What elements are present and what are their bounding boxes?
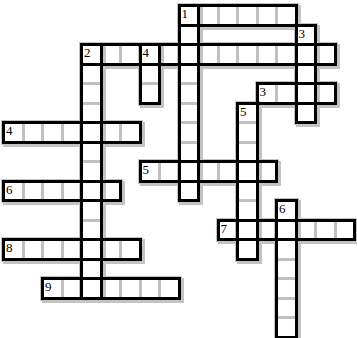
across-word-9[interactable] xyxy=(41,277,181,300)
across-word-4[interactable] xyxy=(2,121,142,144)
clue-number-8: 8 xyxy=(6,241,13,254)
crossword-board: 1324354566789 xyxy=(0,0,357,338)
clue-number-4: 4 xyxy=(143,46,150,59)
down-word-2[interactable] xyxy=(80,43,103,300)
down-word-6[interactable] xyxy=(275,199,298,338)
clue-number-1: 1 xyxy=(182,7,189,20)
clue-number-5: 5 xyxy=(143,163,150,176)
across-word-6[interactable] xyxy=(2,180,122,203)
clue-number-7: 7 xyxy=(221,222,228,235)
clue-number-3: 3 xyxy=(260,85,267,98)
clue-number-5: 5 xyxy=(240,105,247,118)
clue-number-4: 4 xyxy=(6,124,13,137)
clue-number-3: 3 xyxy=(299,27,306,40)
clue-number-2: 2 xyxy=(84,46,91,59)
down-word-1[interactable] xyxy=(178,4,201,202)
across-word-8[interactable] xyxy=(2,238,142,261)
clue-number-6: 6 xyxy=(6,183,13,196)
clue-number-9: 9 xyxy=(45,280,52,293)
down-word-5[interactable] xyxy=(236,102,259,261)
clue-number-6: 6 xyxy=(279,202,286,215)
